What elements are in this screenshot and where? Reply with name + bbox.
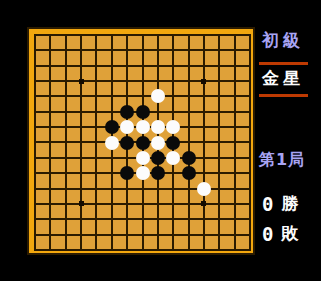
black-stone (166, 136, 180, 150)
wins-kanji-label: 勝 (281, 192, 298, 215)
black-stone (151, 151, 165, 165)
white-stone (151, 120, 165, 134)
wins-count: 0 (262, 193, 273, 215)
black-stone (182, 166, 196, 180)
losses-counter: 0 敗 (262, 222, 298, 245)
white-stone (136, 151, 150, 165)
side-panel: 初級 金星 第1局 0 勝 0 敗 (256, 0, 321, 281)
losses-count: 0 (262, 223, 273, 245)
game-screen: 初級 金星 第1局 0 勝 0 敗 (0, 0, 321, 281)
white-stone (166, 120, 180, 134)
white-stone (136, 120, 150, 134)
gomoku-board[interactable] (34, 34, 251, 251)
white-stone (166, 151, 180, 165)
black-stone (120, 105, 134, 119)
black-stone (105, 120, 119, 134)
white-stone (136, 166, 150, 180)
black-stone (182, 151, 196, 165)
black-stone (136, 105, 150, 119)
black-stone (120, 166, 134, 180)
losses-kanji-label: 敗 (281, 222, 298, 245)
black-stone (120, 136, 134, 150)
divider-rule-top (259, 62, 308, 65)
black-stone (151, 166, 165, 180)
white-stone (151, 89, 165, 103)
white-stone (197, 182, 211, 196)
white-stone (151, 136, 165, 150)
star-point (79, 79, 84, 84)
star-point (201, 201, 206, 206)
star-point (201, 79, 206, 84)
white-stone (105, 136, 119, 150)
difficulty-label: 初級 (262, 32, 304, 49)
opponent-name-label: 金星 (262, 70, 304, 87)
star-point (79, 201, 84, 206)
wins-counter: 0 勝 (262, 192, 298, 215)
divider-rule-bottom (259, 94, 308, 97)
black-stone (136, 136, 150, 150)
white-stone (120, 120, 134, 134)
round-number-label: 第1局 (259, 152, 305, 168)
gomoku-board-frame (27, 27, 255, 255)
